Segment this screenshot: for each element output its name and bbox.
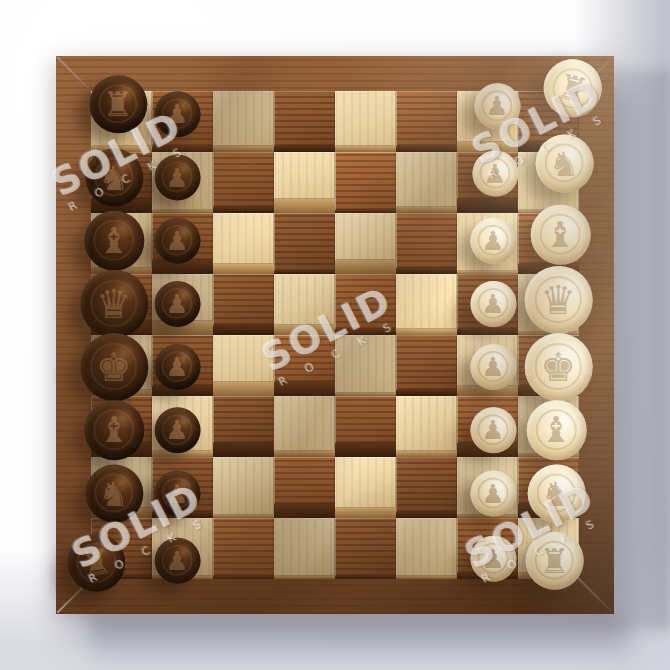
square-r3c5 — [335, 213, 396, 274]
square-r7c6 — [396, 457, 457, 518]
square-r5c6 — [396, 335, 457, 396]
square-r7c4 — [274, 457, 335, 518]
square-r5c2 — [152, 335, 213, 396]
square-r6c2 — [152, 396, 213, 457]
square-r4c8 — [518, 274, 579, 335]
square-r1c1 — [91, 91, 152, 152]
square-r8c4 — [274, 518, 335, 579]
square-r5c1 — [91, 335, 152, 396]
square-r1c2 — [152, 91, 213, 152]
square-r6c7 — [457, 396, 518, 457]
square-r1c6 — [396, 91, 457, 152]
square-r2c2 — [152, 152, 213, 213]
square-r4c4 — [274, 274, 335, 335]
frame-miter-top-left — [57, 57, 94, 94]
square-r7c3 — [213, 457, 274, 518]
frame-miter-bottom-right — [577, 577, 614, 614]
square-r4c6 — [396, 274, 457, 335]
square-r4c3 — [213, 274, 274, 335]
square-r5c8 — [518, 335, 579, 396]
square-r3c2 — [152, 213, 213, 274]
square-r3c1 — [91, 213, 152, 274]
square-r1c4 — [274, 91, 335, 152]
square-r6c3 — [213, 396, 274, 457]
square-r2c8 — [518, 152, 579, 213]
square-r2c6 — [396, 152, 457, 213]
square-r5c7 — [457, 335, 518, 396]
square-r6c1 — [91, 396, 152, 457]
square-r8c2 — [152, 518, 213, 579]
square-r7c8 — [518, 457, 579, 518]
square-r1c3 — [213, 91, 274, 152]
square-r8c6 — [396, 518, 457, 579]
square-r5c3 — [213, 335, 274, 396]
frame-miter-top-right — [577, 57, 614, 94]
square-r7c2 — [152, 457, 213, 518]
square-r8c8 — [518, 518, 579, 579]
square-r2c3 — [213, 152, 274, 213]
square-r7c7 — [457, 457, 518, 518]
chess-board: ♜♞♝♛♚♝♞♜♟♟♟♟♟♟♟♟♜♞♝♛♚♝♞♜♟♟♟♟♟♟♟♟ — [56, 56, 614, 614]
square-r3c3 — [213, 213, 274, 274]
square-r3c6 — [396, 213, 457, 274]
square-r8c5 — [335, 518, 396, 579]
square-r3c8 — [518, 213, 579, 274]
square-r1c8 — [518, 91, 579, 152]
square-r1c7 — [457, 91, 518, 152]
square-r3c4 — [274, 213, 335, 274]
square-r8c7 — [457, 518, 518, 579]
square-r6c4 — [274, 396, 335, 457]
square-r6c5 — [335, 396, 396, 457]
square-r2c4 — [274, 152, 335, 213]
square-r8c3 — [213, 518, 274, 579]
square-r2c7 — [457, 152, 518, 213]
square-r7c5 — [335, 457, 396, 518]
square-r8c1 — [91, 518, 152, 579]
square-r1c5 — [335, 91, 396, 152]
square-r2c5 — [335, 152, 396, 213]
render-stage: ♜♞♝♛♚♝♞♜♟♟♟♟♟♟♟♟♜♞♝♛♚♝♞♜♟♟♟♟♟♟♟♟ SOLIDR … — [0, 0, 670, 670]
square-r4c5 — [335, 274, 396, 335]
square-r4c1 — [91, 274, 152, 335]
square-r2c1 — [91, 152, 152, 213]
square-r5c5 — [335, 335, 396, 396]
board-grid — [91, 91, 579, 579]
square-r5c4 — [274, 335, 335, 396]
square-r6c8 — [518, 396, 579, 457]
square-r3c7 — [457, 213, 518, 274]
square-r6c6 — [396, 396, 457, 457]
floor-shadow — [90, 614, 630, 670]
square-r7c1 — [91, 457, 152, 518]
square-r4c2 — [152, 274, 213, 335]
square-r4c7 — [457, 274, 518, 335]
frame-miter-bottom-left — [57, 577, 94, 614]
